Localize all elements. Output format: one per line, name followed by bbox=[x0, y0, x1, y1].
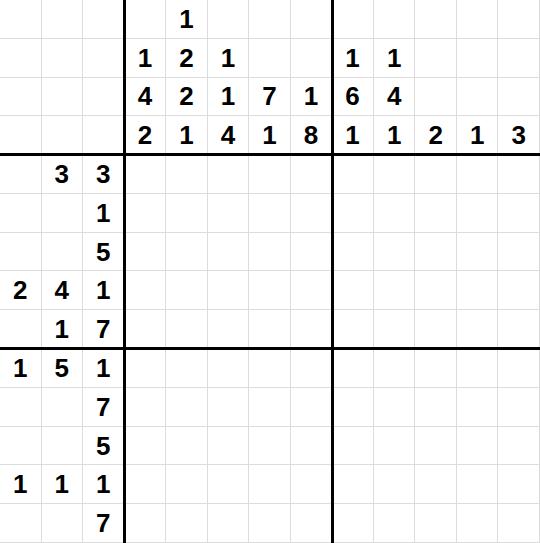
grid-cell[interactable] bbox=[291, 349, 333, 388]
grid-cell[interactable] bbox=[291, 465, 333, 504]
row-clue-cell bbox=[42, 504, 84, 543]
col-clue-cell bbox=[498, 78, 540, 117]
grid-cell[interactable] bbox=[374, 388, 416, 427]
grid-cell[interactable] bbox=[457, 155, 499, 194]
row-clue-cell bbox=[42, 233, 84, 272]
row-clue-cell: 4 bbox=[42, 271, 84, 310]
grid-cell[interactable] bbox=[374, 233, 416, 272]
col-clue-cell: 4 bbox=[208, 116, 250, 155]
grid-cell[interactable] bbox=[249, 427, 291, 466]
col-clue-cell: 1 bbox=[249, 116, 291, 155]
grid-cell[interactable] bbox=[125, 504, 167, 543]
grid-cell[interactable] bbox=[332, 388, 374, 427]
grid-cell[interactable] bbox=[249, 155, 291, 194]
row-clue-cell bbox=[0, 194, 42, 233]
grid-cell[interactable] bbox=[332, 349, 374, 388]
row-clue-cell: 3 bbox=[42, 155, 84, 194]
grid-cell[interactable] bbox=[291, 271, 333, 310]
row-clue-cell: 3 bbox=[83, 155, 125, 194]
clue-corner-cell bbox=[83, 116, 125, 155]
clue-corner-cell bbox=[42, 78, 84, 117]
nonogram-board: 1121114217164214181121333152411715175111… bbox=[0, 0, 540, 543]
row-clue-cell: 1 bbox=[0, 349, 42, 388]
grid-cell[interactable] bbox=[125, 194, 167, 233]
row-clue-cell: 5 bbox=[83, 427, 125, 466]
grid-cell[interactable] bbox=[125, 349, 167, 388]
grid-cell[interactable] bbox=[332, 271, 374, 310]
grid-cell[interactable] bbox=[291, 427, 333, 466]
grid-cell[interactable] bbox=[457, 194, 499, 233]
clue-corner-cell bbox=[42, 39, 84, 78]
row-clue-cell bbox=[0, 155, 42, 194]
grid-cell[interactable] bbox=[415, 465, 457, 504]
grid-cell[interactable] bbox=[125, 310, 167, 349]
grid-cell[interactable] bbox=[374, 504, 416, 543]
col-clue-cell bbox=[415, 39, 457, 78]
row-clue-cell: 1 bbox=[83, 271, 125, 310]
grid-top-border-line bbox=[0, 153, 540, 156]
grid-cell[interactable] bbox=[166, 388, 208, 427]
col-clue-cell: 1 bbox=[332, 116, 374, 155]
horizontal-block-separator-line bbox=[0, 347, 540, 350]
col-clue-cell: 8 bbox=[291, 116, 333, 155]
row-clue-cell bbox=[0, 233, 42, 272]
grid-cell[interactable] bbox=[249, 194, 291, 233]
grid-cell[interactable] bbox=[415, 155, 457, 194]
row-clue-cell: 1 bbox=[83, 194, 125, 233]
grid-cell[interactable] bbox=[208, 349, 250, 388]
grid-cell[interactable] bbox=[457, 310, 499, 349]
grid-cell[interactable] bbox=[498, 194, 540, 233]
grid-cell[interactable] bbox=[291, 504, 333, 543]
grid-cell[interactable] bbox=[291, 155, 333, 194]
grid-cell[interactable] bbox=[332, 465, 374, 504]
grid-cell[interactable] bbox=[125, 427, 167, 466]
col-clue-cell: 2 bbox=[166, 78, 208, 117]
row-clue-cell: 2 bbox=[0, 271, 42, 310]
grid-cell[interactable] bbox=[166, 271, 208, 310]
grid-cell[interactable] bbox=[415, 310, 457, 349]
grid-cell[interactable] bbox=[249, 310, 291, 349]
grid-cell[interactable] bbox=[498, 427, 540, 466]
row-clue-cell: 5 bbox=[42, 349, 84, 388]
grid-cell[interactable] bbox=[125, 271, 167, 310]
grid-cell[interactable] bbox=[208, 271, 250, 310]
row-clue-cell bbox=[0, 310, 42, 349]
col-clue-cell: 1 bbox=[208, 39, 250, 78]
row-clue-cell: 7 bbox=[83, 504, 125, 543]
grid-cell[interactable] bbox=[374, 427, 416, 466]
col-clue-cell: 2 bbox=[166, 39, 208, 78]
grid-cell[interactable] bbox=[208, 194, 250, 233]
clue-corner-cell bbox=[42, 116, 84, 155]
col-clue-cell bbox=[498, 0, 540, 39]
grid-cell[interactable] bbox=[374, 194, 416, 233]
row-clue-cell bbox=[42, 388, 84, 427]
clue-corner-cell bbox=[83, 78, 125, 117]
grid-cell[interactable] bbox=[415, 427, 457, 466]
row-clue-cell: 1 bbox=[42, 310, 84, 349]
row-clue-cell bbox=[42, 194, 84, 233]
col-clue-cell bbox=[291, 0, 333, 39]
grid-cell[interactable] bbox=[498, 465, 540, 504]
col-clue-cell: 1 bbox=[166, 0, 208, 39]
grid-cell[interactable] bbox=[457, 349, 499, 388]
grid-cell[interactable] bbox=[457, 504, 499, 543]
grid-cell[interactable] bbox=[166, 310, 208, 349]
grid-cell[interactable] bbox=[332, 233, 374, 272]
grid-cell[interactable] bbox=[166, 233, 208, 272]
grid-left-border-line bbox=[123, 0, 126, 543]
col-clue-cell: 1 bbox=[374, 39, 416, 78]
col-clue-cell: 1 bbox=[374, 116, 416, 155]
grid-cell[interactable] bbox=[208, 155, 250, 194]
grid-cell[interactable] bbox=[208, 233, 250, 272]
grid-cell[interactable] bbox=[249, 271, 291, 310]
row-clue-cell: 1 bbox=[0, 465, 42, 504]
col-clue-cell: 3 bbox=[498, 116, 540, 155]
col-clue-cell: 4 bbox=[125, 78, 167, 117]
col-clue-cell bbox=[125, 0, 167, 39]
col-clue-cell: 1 bbox=[332, 39, 374, 78]
clue-corner-cell bbox=[0, 0, 42, 39]
grid-cell[interactable] bbox=[291, 233, 333, 272]
grid-cell[interactable] bbox=[498, 271, 540, 310]
grid-cell[interactable] bbox=[166, 349, 208, 388]
row-clue-cell: 7 bbox=[83, 388, 125, 427]
clue-corner-cell bbox=[42, 0, 84, 39]
grid-cell[interactable] bbox=[125, 465, 167, 504]
col-clue-cell bbox=[374, 0, 416, 39]
col-clue-cell: 2 bbox=[125, 116, 167, 155]
grid-cell[interactable] bbox=[457, 271, 499, 310]
grid-cell[interactable] bbox=[166, 194, 208, 233]
grid-cell[interactable] bbox=[332, 194, 374, 233]
col-clue-cell: 1 bbox=[208, 78, 250, 117]
grid-cell[interactable] bbox=[249, 504, 291, 543]
grid-cell[interactable] bbox=[374, 465, 416, 504]
row-clue-cell: 1 bbox=[83, 465, 125, 504]
grid-cell[interactable] bbox=[249, 388, 291, 427]
col-clue-cell bbox=[249, 0, 291, 39]
col-clue-cell: 4 bbox=[374, 78, 416, 117]
col-clue-cell: 2 bbox=[415, 116, 457, 155]
row-clue-cell: 7 bbox=[83, 310, 125, 349]
col-clue-cell bbox=[457, 78, 499, 117]
clue-corner-cell bbox=[0, 39, 42, 78]
grid-cell[interactable] bbox=[498, 349, 540, 388]
col-clue-cell bbox=[498, 39, 540, 78]
grid-cell[interactable] bbox=[125, 233, 167, 272]
grid-cell[interactable] bbox=[374, 349, 416, 388]
col-clue-cell bbox=[249, 39, 291, 78]
grid-cell[interactable] bbox=[415, 504, 457, 543]
clue-corner-cell bbox=[0, 78, 42, 117]
col-clue-cell: 1 bbox=[125, 39, 167, 78]
row-clue-cell: 1 bbox=[42, 465, 84, 504]
grid-cell[interactable] bbox=[166, 504, 208, 543]
grid-cell[interactable] bbox=[374, 271, 416, 310]
clue-corner-cell bbox=[83, 0, 125, 39]
grid-cell[interactable] bbox=[332, 310, 374, 349]
grid-cell[interactable] bbox=[249, 233, 291, 272]
col-clue-cell: 7 bbox=[249, 78, 291, 117]
row-clue-cell bbox=[42, 427, 84, 466]
grid-cell[interactable] bbox=[332, 155, 374, 194]
grid-cell[interactable] bbox=[457, 427, 499, 466]
grid-cell[interactable] bbox=[249, 349, 291, 388]
grid-cell[interactable] bbox=[415, 194, 457, 233]
row-clue-cell: 1 bbox=[83, 349, 125, 388]
grid-cell[interactable] bbox=[166, 465, 208, 504]
grid-cell[interactable] bbox=[374, 155, 416, 194]
col-clue-cell bbox=[457, 0, 499, 39]
grid-cell[interactable] bbox=[208, 465, 250, 504]
col-clue-cell bbox=[415, 0, 457, 39]
col-clue-cell bbox=[415, 78, 457, 117]
grid-cell[interactable] bbox=[166, 427, 208, 466]
grid-cell[interactable] bbox=[332, 504, 374, 543]
grid-cell[interactable] bbox=[415, 349, 457, 388]
col-clue-cell bbox=[208, 0, 250, 39]
grid-cell[interactable] bbox=[291, 388, 333, 427]
col-clue-cell: 1 bbox=[291, 78, 333, 117]
row-clue-cell bbox=[0, 427, 42, 466]
grid-cell[interactable] bbox=[457, 233, 499, 272]
clue-corner-cell bbox=[83, 39, 125, 78]
grid-cell[interactable] bbox=[208, 310, 250, 349]
grid-cell[interactable] bbox=[457, 388, 499, 427]
grid-cell[interactable] bbox=[498, 310, 540, 349]
grid-cell[interactable] bbox=[374, 310, 416, 349]
grid-cell[interactable] bbox=[208, 388, 250, 427]
col-clue-cell: 6 bbox=[332, 78, 374, 117]
col-clue-cell: 1 bbox=[457, 116, 499, 155]
grid-cell[interactable] bbox=[415, 233, 457, 272]
vertical-block-separator-line bbox=[331, 0, 334, 543]
grid-cell[interactable] bbox=[208, 504, 250, 543]
row-clue-cell bbox=[0, 388, 42, 427]
grid-cell[interactable] bbox=[457, 465, 499, 504]
grid-cell[interactable] bbox=[291, 194, 333, 233]
grid-cell[interactable] bbox=[498, 233, 540, 272]
grid-cell[interactable] bbox=[415, 271, 457, 310]
col-clue-cell bbox=[291, 39, 333, 78]
grid-cell[interactable] bbox=[166, 155, 208, 194]
nonogram-cell-grid: 1121114217164214181121333152411715175111… bbox=[0, 0, 540, 543]
grid-cell[interactable] bbox=[125, 388, 167, 427]
clue-corner-cell bbox=[0, 116, 42, 155]
grid-cell[interactable] bbox=[291, 310, 333, 349]
grid-cell[interactable] bbox=[125, 155, 167, 194]
col-clue-cell bbox=[332, 0, 374, 39]
col-clue-cell bbox=[457, 39, 499, 78]
grid-cell[interactable] bbox=[498, 155, 540, 194]
grid-cell[interactable] bbox=[208, 427, 250, 466]
grid-cell[interactable] bbox=[498, 388, 540, 427]
row-clue-cell bbox=[0, 504, 42, 543]
grid-cell[interactable] bbox=[498, 504, 540, 543]
grid-cell[interactable] bbox=[332, 427, 374, 466]
col-clue-cell: 1 bbox=[166, 116, 208, 155]
row-clue-cell: 5 bbox=[83, 233, 125, 272]
grid-cell[interactable] bbox=[415, 388, 457, 427]
grid-cell[interactable] bbox=[249, 465, 291, 504]
